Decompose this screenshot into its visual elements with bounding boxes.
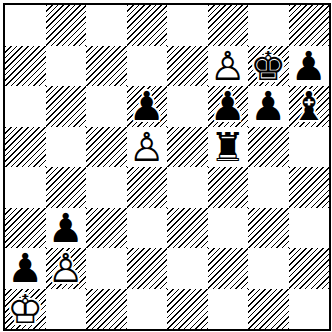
square-g3[interactable]: [248, 208, 289, 249]
black-pawn-icon: ♟: [248, 86, 289, 127]
square-d3[interactable]: [127, 208, 168, 249]
square-a5[interactable]: [5, 127, 46, 168]
square-h2[interactable]: [289, 248, 330, 289]
square-a2[interactable]: ♟♟: [5, 248, 46, 289]
square-h6[interactable]: ♝♝: [289, 86, 330, 127]
black-king-icon: ♚: [248, 46, 289, 87]
square-b4[interactable]: [46, 167, 87, 208]
white-king-icon: ♔: [5, 289, 46, 330]
square-g5[interactable]: [248, 127, 289, 168]
black-pawn-halo: ♟: [46, 208, 87, 249]
square-a6[interactable]: [5, 86, 46, 127]
square-d4[interactable]: [127, 167, 168, 208]
black-rook-icon: ♜: [208, 127, 249, 168]
black-pawn-icon: ♟: [5, 248, 46, 289]
square-f4[interactable]: [208, 167, 249, 208]
square-h3[interactable]: [289, 208, 330, 249]
square-h5[interactable]: [289, 127, 330, 168]
square-c1[interactable]: [86, 289, 127, 330]
board-frame: ♟♙♚♚♟♟♟♟♟♟♟♟♝♝♟♙♜♜♟♟♟♟♟♙♚♔: [0, 0, 332, 332]
square-g6[interactable]: ♟♟: [248, 86, 289, 127]
black-bishop-halo: ♝: [289, 86, 330, 127]
square-g4[interactable]: [248, 167, 289, 208]
square-c7[interactable]: [86, 46, 127, 87]
square-c2[interactable]: [86, 248, 127, 289]
square-h1[interactable]: [289, 289, 330, 330]
square-f2[interactable]: [208, 248, 249, 289]
square-f7[interactable]: ♟♙: [208, 46, 249, 87]
square-b6[interactable]: [46, 86, 87, 127]
black-pawn-halo: ♟: [127, 86, 168, 127]
square-g8[interactable]: [248, 5, 289, 46]
black-pawn-icon: ♟: [289, 46, 330, 87]
square-b5[interactable]: [46, 127, 87, 168]
square-e4[interactable]: [167, 167, 208, 208]
white-pawn-icon: ♙: [46, 248, 87, 289]
square-g7[interactable]: ♚♚: [248, 46, 289, 87]
square-f8[interactable]: [208, 5, 249, 46]
square-e2[interactable]: [167, 248, 208, 289]
square-e6[interactable]: [167, 86, 208, 127]
square-d8[interactable]: [127, 5, 168, 46]
black-bishop-icon: ♝: [289, 86, 330, 127]
black-rook-halo: ♜: [208, 127, 249, 168]
square-b7[interactable]: [46, 46, 87, 87]
square-a7[interactable]: [5, 46, 46, 87]
square-c5[interactable]: [86, 127, 127, 168]
square-b2[interactable]: ♟♙: [46, 248, 87, 289]
white-pawn-halo: ♟: [127, 127, 168, 168]
square-c8[interactable]: [86, 5, 127, 46]
square-c6[interactable]: [86, 86, 127, 127]
square-e3[interactable]: [167, 208, 208, 249]
black-pawn-icon: ♟: [208, 86, 249, 127]
square-g2[interactable]: [248, 248, 289, 289]
chess-board: ♟♙♚♚♟♟♟♟♟♟♟♟♝♝♟♙♜♜♟♟♟♟♟♙♚♔: [3, 3, 331, 331]
square-h8[interactable]: [289, 5, 330, 46]
square-d1[interactable]: [127, 289, 168, 330]
white-king-halo: ♚: [5, 289, 46, 330]
square-f6[interactable]: ♟♟: [208, 86, 249, 127]
black-pawn-halo: ♟: [248, 86, 289, 127]
square-a1[interactable]: ♚♔: [5, 289, 46, 330]
square-e1[interactable]: [167, 289, 208, 330]
square-a8[interactable]: [5, 5, 46, 46]
black-king-halo: ♚: [248, 46, 289, 87]
black-pawn-halo: ♟: [289, 46, 330, 87]
square-d7[interactable]: [127, 46, 168, 87]
square-c4[interactable]: [86, 167, 127, 208]
square-b1[interactable]: [46, 289, 87, 330]
square-b3[interactable]: ♟♟: [46, 208, 87, 249]
square-a3[interactable]: [5, 208, 46, 249]
black-pawn-icon: ♟: [127, 86, 168, 127]
black-pawn-halo: ♟: [5, 248, 46, 289]
square-d5[interactable]: ♟♙: [127, 127, 168, 168]
white-pawn-icon: ♙: [208, 46, 249, 87]
square-e7[interactable]: [167, 46, 208, 87]
square-d2[interactable]: [127, 248, 168, 289]
square-a4[interactable]: [5, 167, 46, 208]
square-b8[interactable]: [46, 5, 87, 46]
white-pawn-halo: ♟: [208, 46, 249, 87]
square-h4[interactable]: [289, 167, 330, 208]
square-e5[interactable]: [167, 127, 208, 168]
square-e8[interactable]: [167, 5, 208, 46]
square-f3[interactable]: [208, 208, 249, 249]
square-g1[interactable]: [248, 289, 289, 330]
black-pawn-halo: ♟: [208, 86, 249, 127]
square-c3[interactable]: [86, 208, 127, 249]
square-h7[interactable]: ♟♟: [289, 46, 330, 87]
white-pawn-icon: ♙: [127, 127, 168, 168]
black-pawn-icon: ♟: [46, 208, 87, 249]
white-pawn-halo: ♟: [46, 248, 87, 289]
square-f5[interactable]: ♜♜: [208, 127, 249, 168]
square-f1[interactable]: [208, 289, 249, 330]
square-d6[interactable]: ♟♟: [127, 86, 168, 127]
